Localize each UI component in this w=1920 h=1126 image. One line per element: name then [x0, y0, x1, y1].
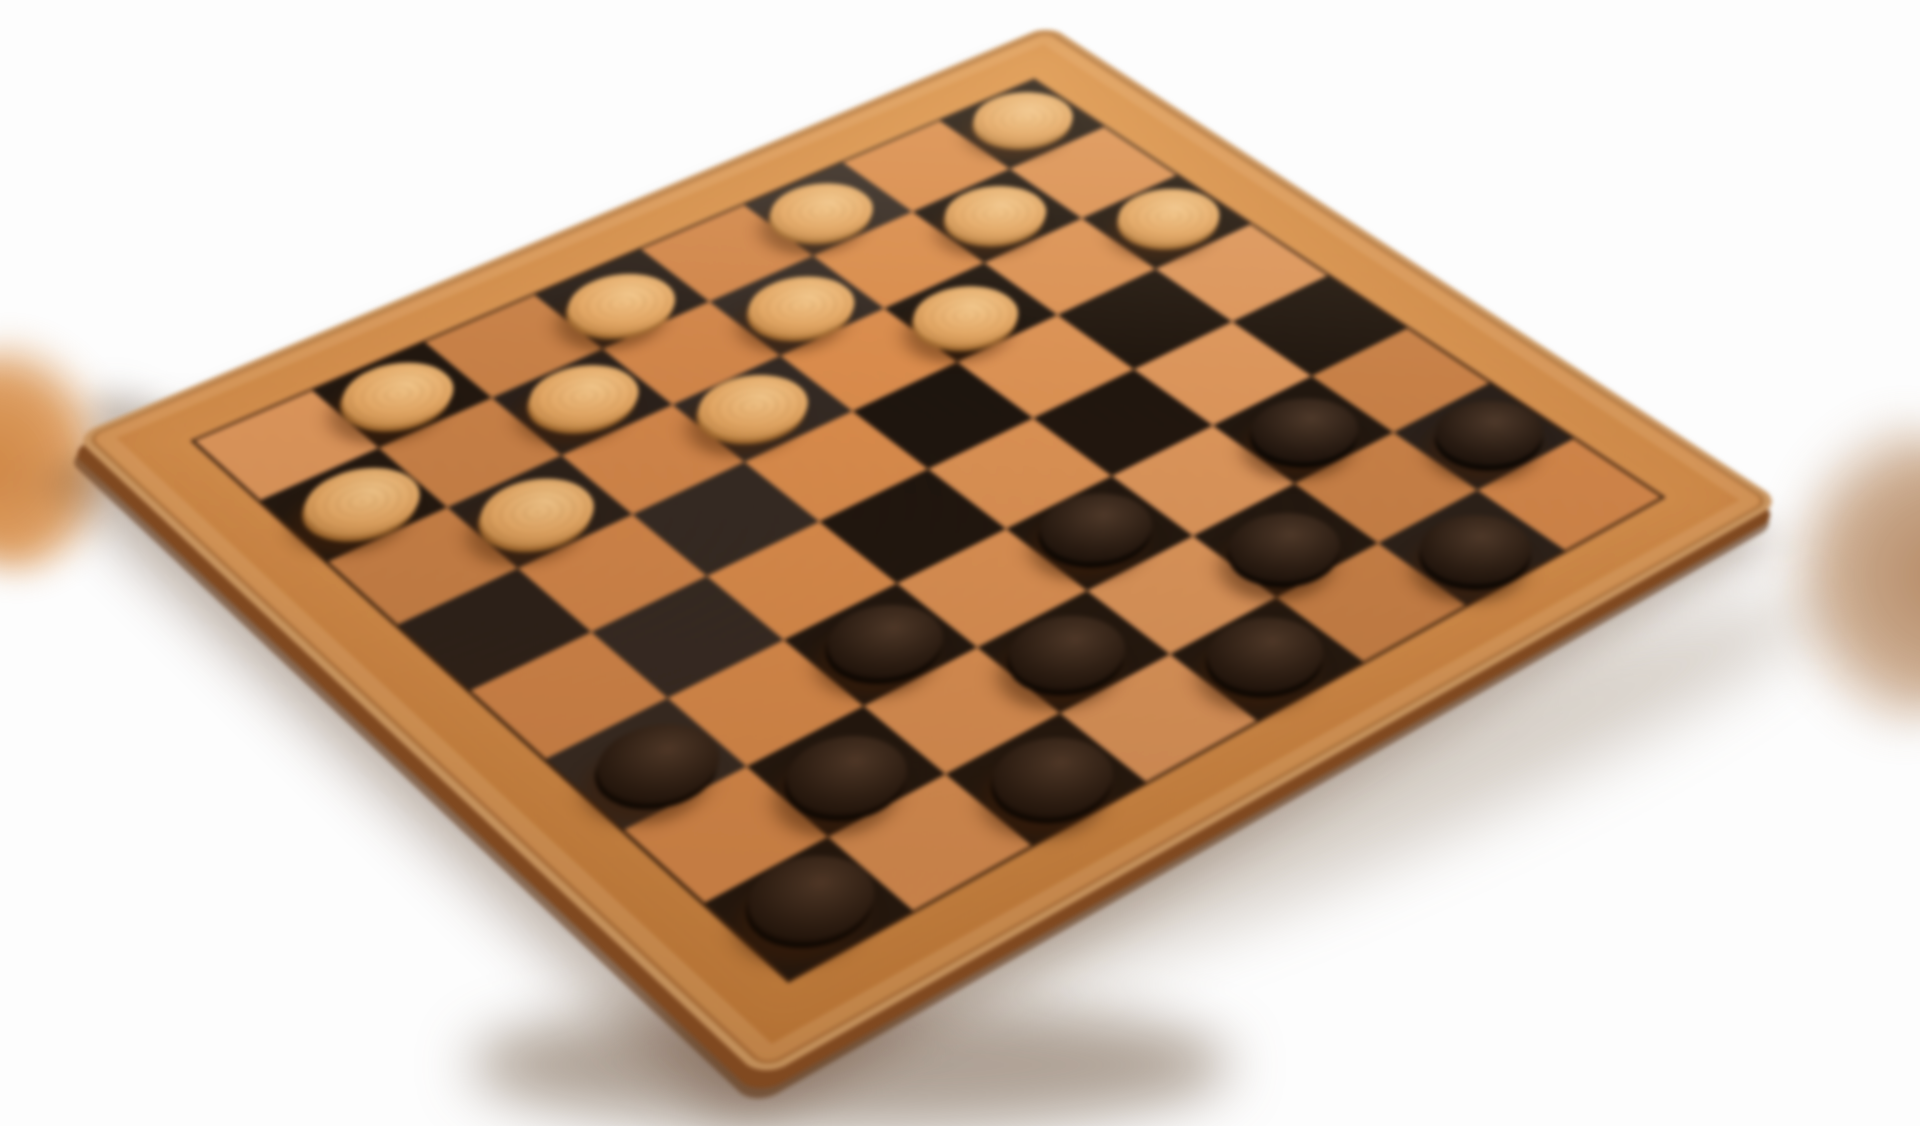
playing-area	[190, 78, 1666, 983]
checkers-board	[74, 25, 1782, 1079]
product-photo	[0, 0, 1920, 1126]
scene	[0, 0, 1920, 1126]
